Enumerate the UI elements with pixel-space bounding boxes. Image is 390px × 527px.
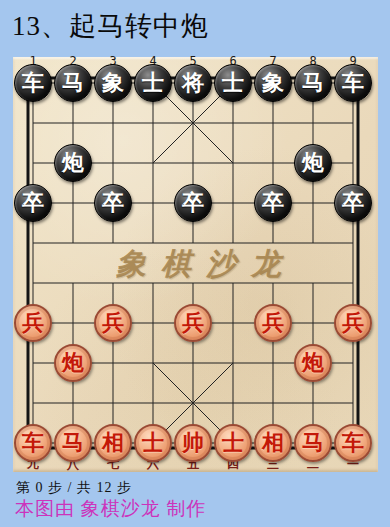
black-piece-卒[interactable]: 卒 (254, 184, 292, 222)
black-piece-炮[interactable]: 炮 (54, 144, 92, 182)
board: 象棋沙龙 123456789九八七六五四三二一车马象士将士象马车炮炮卒卒卒卒卒兵… (13, 57, 378, 472)
black-piece-士[interactable]: 士 (134, 64, 172, 102)
black-piece-马[interactable]: 马 (54, 64, 92, 102)
page-title: 13、起马转中炮 (12, 8, 209, 44)
credit-text: 本图由 象棋沙龙 制作 (15, 496, 207, 522)
black-piece-象[interactable]: 象 (94, 64, 132, 102)
red-piece-车[interactable]: 车 (14, 424, 52, 462)
red-piece-马[interactable]: 马 (294, 424, 332, 462)
black-piece-卒[interactable]: 卒 (14, 184, 52, 222)
red-piece-士[interactable]: 士 (214, 424, 252, 462)
black-piece-炮[interactable]: 炮 (294, 144, 332, 182)
red-piece-炮[interactable]: 炮 (54, 344, 92, 382)
app-window: 13、起马转中炮 (0, 0, 390, 527)
river-watermark: 象棋沙龙 (116, 247, 296, 281)
black-piece-将[interactable]: 将 (174, 64, 212, 102)
red-piece-炮[interactable]: 炮 (294, 344, 332, 382)
red-piece-兵[interactable]: 兵 (254, 304, 292, 342)
black-piece-马[interactable]: 马 (294, 64, 332, 102)
red-piece-兵[interactable]: 兵 (174, 304, 212, 342)
red-piece-帅[interactable]: 帅 (174, 424, 212, 462)
black-piece-车[interactable]: 车 (334, 64, 372, 102)
red-piece-相[interactable]: 相 (94, 424, 132, 462)
black-piece-士[interactable]: 士 (214, 64, 252, 102)
red-piece-兵[interactable]: 兵 (334, 304, 372, 342)
black-piece-卒[interactable]: 卒 (174, 184, 212, 222)
red-piece-相[interactable]: 相 (254, 424, 292, 462)
red-piece-兵[interactable]: 兵 (14, 304, 52, 342)
red-piece-马[interactable]: 马 (54, 424, 92, 462)
black-piece-卒[interactable]: 卒 (334, 184, 372, 222)
black-piece-车[interactable]: 车 (14, 64, 52, 102)
red-piece-士[interactable]: 士 (134, 424, 172, 462)
red-piece-兵[interactable]: 兵 (94, 304, 132, 342)
black-piece-卒[interactable]: 卒 (94, 184, 132, 222)
black-piece-象[interactable]: 象 (254, 64, 292, 102)
red-piece-车[interactable]: 车 (334, 424, 372, 462)
move-counter: 第 0 步 / 共 12 步 (16, 479, 132, 497)
